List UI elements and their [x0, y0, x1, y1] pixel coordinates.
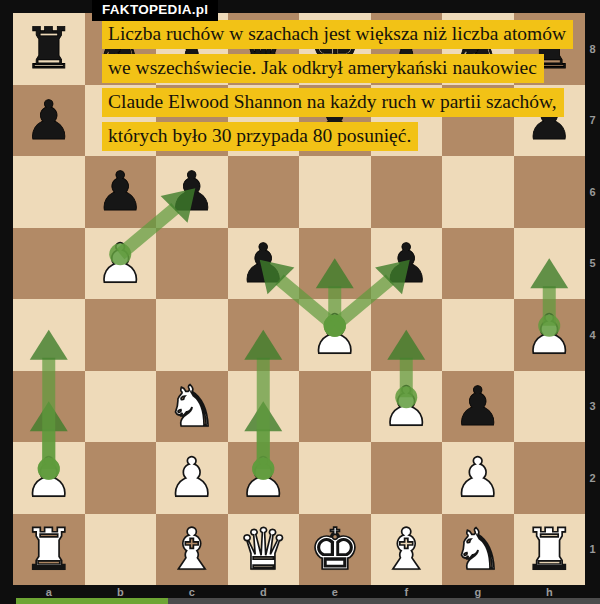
square-h6[interactable] [514, 156, 586, 228]
square-h5[interactable] [514, 228, 586, 300]
square-e5[interactable] [299, 228, 371, 300]
square-f5[interactable]: ♟ [371, 228, 443, 300]
rank-label-1: 1 [585, 514, 600, 586]
white-pawn-d2[interactable]: ♟ [239, 442, 287, 513]
caption-line-2: we wszechświecie. Jak odkrył amerykański… [102, 54, 544, 83]
square-d6[interactable] [228, 156, 300, 228]
square-e3[interactable] [299, 371, 371, 443]
square-b3[interactable] [85, 371, 157, 443]
white-knight-g1[interactable]: ♞ [452, 514, 503, 585]
square-e4[interactable]: ♟ [299, 299, 371, 371]
caption-line-4: których było 30 przypada 80 posunięć. [102, 122, 418, 151]
square-h3[interactable] [514, 371, 586, 443]
white-pawn-h4[interactable]: ♟ [525, 299, 573, 370]
square-d5[interactable]: ♟ [228, 228, 300, 300]
white-king-e1[interactable]: ♚ [309, 514, 360, 585]
file-labels: abcdefgh [13, 585, 585, 599]
square-g1[interactable]: ♞ [442, 514, 514, 586]
square-g2[interactable]: ♟ [442, 442, 514, 514]
file-label-g: g [442, 585, 514, 599]
square-b1[interactable] [85, 514, 157, 586]
square-f2[interactable] [371, 442, 443, 514]
square-b2[interactable] [85, 442, 157, 514]
square-d2[interactable]: ♟ [228, 442, 300, 514]
square-e6[interactable] [299, 156, 371, 228]
square-a5[interactable] [13, 228, 85, 300]
black-pawn-b6[interactable]: ♟ [96, 156, 144, 227]
square-e1[interactable]: ♚ [299, 514, 371, 586]
square-a7[interactable]: ♟ [13, 85, 85, 157]
square-a3[interactable] [13, 371, 85, 443]
file-label-c: c [156, 585, 228, 599]
square-a6[interactable] [13, 156, 85, 228]
square-c3[interactable]: ♞ [156, 371, 228, 443]
square-g3[interactable]: ♟ [442, 371, 514, 443]
square-h4[interactable]: ♟ [514, 299, 586, 371]
white-queen-d1[interactable]: ♛ [238, 514, 289, 585]
square-a4[interactable] [13, 299, 85, 371]
square-f4[interactable] [371, 299, 443, 371]
file-label-f: f [371, 585, 443, 599]
square-f6[interactable] [371, 156, 443, 228]
site-watermark: FAKTOPEDIA.pl [92, 0, 218, 21]
square-e2[interactable] [299, 442, 371, 514]
square-c1[interactable]: ♝ [156, 514, 228, 586]
square-a2[interactable]: ♟ [13, 442, 85, 514]
white-pawn-f3[interactable]: ♟ [382, 371, 430, 442]
square-c4[interactable] [156, 299, 228, 371]
white-bishop-c1[interactable]: ♝ [166, 514, 217, 585]
rank-label-4: 4 [585, 299, 600, 371]
rank-labels: 87654321 [585, 13, 600, 585]
caption-line-1: Liczba ruchów w szachach jest większa ni… [102, 20, 573, 49]
rank-label-3: 3 [585, 371, 600, 443]
square-b5[interactable]: ♟ [85, 228, 157, 300]
caption: Liczba ruchów w szachach jest większa ni… [102, 20, 573, 151]
square-b4[interactable] [85, 299, 157, 371]
progress-fill [16, 598, 168, 604]
white-pawn-b5[interactable]: ♟ [96, 228, 144, 299]
square-g4[interactable] [442, 299, 514, 371]
white-rook-h1[interactable]: ♜ [524, 514, 575, 585]
rank-label-5: 5 [585, 228, 600, 300]
square-a8[interactable]: ♜ [13, 13, 85, 85]
square-c2[interactable]: ♟ [156, 442, 228, 514]
white-rook-a1[interactable]: ♜ [23, 514, 74, 585]
black-pawn-d5[interactable]: ♟ [239, 228, 287, 299]
black-pawn-f5[interactable]: ♟ [382, 228, 430, 299]
progress-bar [16, 598, 600, 604]
white-pawn-a2[interactable]: ♟ [25, 442, 73, 513]
square-c6[interactable]: ♟ [156, 156, 228, 228]
file-label-e: e [299, 585, 371, 599]
square-f3[interactable]: ♟ [371, 371, 443, 443]
black-rook-a8[interactable]: ♜ [23, 13, 74, 84]
caption-line-3: Claude Elwood Shannon na każdy ruch w pa… [102, 88, 564, 117]
square-d1[interactable]: ♛ [228, 514, 300, 586]
white-pawn-c2[interactable]: ♟ [168, 442, 216, 513]
square-h1[interactable]: ♜ [514, 514, 586, 586]
screenshot-root: ♜♞♝♛♚♝♞♜♟♟♟♟♟♟♟♟♟♟♞♟♟♟♟♟♟♜♝♛♚♝♞♜ 8765432… [0, 0, 600, 604]
square-d3[interactable] [228, 371, 300, 443]
file-label-d: d [228, 585, 300, 599]
white-pawn-e4[interactable]: ♟ [311, 299, 359, 370]
white-bishop-f1[interactable]: ♝ [381, 514, 432, 585]
rank-label-6: 6 [585, 156, 600, 228]
square-g5[interactable] [442, 228, 514, 300]
square-c5[interactable] [156, 228, 228, 300]
square-d4[interactable] [228, 299, 300, 371]
file-label-b: b [85, 585, 157, 599]
square-g6[interactable] [442, 156, 514, 228]
rank-label-8: 8 [585, 13, 600, 85]
rank-label-2: 2 [585, 442, 600, 514]
square-a1[interactable]: ♜ [13, 514, 85, 586]
black-pawn-c6[interactable]: ♟ [168, 156, 216, 227]
black-pawn-a7[interactable]: ♟ [25, 85, 73, 156]
rank-label-7: 7 [585, 85, 600, 157]
square-f1[interactable]: ♝ [371, 514, 443, 586]
square-h2[interactable] [514, 442, 586, 514]
file-label-a: a [13, 585, 85, 599]
file-label-h: h [514, 585, 586, 599]
white-knight-c3[interactable]: ♞ [166, 371, 217, 442]
black-pawn-g3[interactable]: ♟ [454, 371, 502, 442]
white-pawn-g2[interactable]: ♟ [454, 442, 502, 513]
square-b6[interactable]: ♟ [85, 156, 157, 228]
